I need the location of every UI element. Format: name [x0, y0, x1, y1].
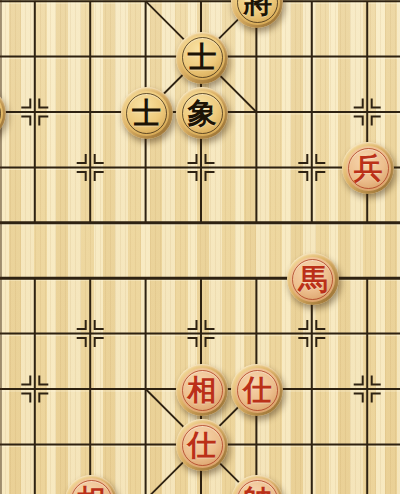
piece-character: 帥 [235, 478, 280, 494]
position-marker [77, 320, 86, 329]
position-marker [188, 338, 197, 347]
position-marker [188, 172, 197, 181]
piece-face: 仕 [180, 423, 225, 468]
piece-face: 馬 [290, 257, 335, 302]
piece-face: 象 [0, 91, 3, 136]
piece-face: 象 [180, 91, 225, 136]
piece-black-elephant[interactable]: 象 [176, 87, 228, 139]
position-marker [354, 99, 363, 108]
position-marker [95, 320, 104, 329]
position-marker [188, 154, 197, 163]
position-marker [372, 376, 381, 385]
piece-character: 馬 [290, 257, 335, 302]
piece-character: 兵 [346, 146, 391, 191]
piece-character: 仕 [180, 423, 225, 468]
piece-black-advisor[interactable]: 士 [176, 32, 228, 84]
position-marker [39, 376, 48, 385]
piece-red-soldier[interactable]: 兵 [342, 142, 394, 194]
piece-character: 相 [180, 368, 225, 413]
piece-face: 兵 [346, 146, 391, 191]
piece-face: 相 [180, 368, 225, 413]
position-marker [298, 154, 307, 163]
position-marker [354, 117, 363, 126]
piece-red-advisor[interactable]: 仕 [176, 419, 228, 471]
piece-face: 相 [69, 478, 114, 494]
position-marker [206, 320, 215, 329]
position-marker [206, 172, 215, 181]
xiangqi-app: 將士士象象兵馬相仕仕相帥 [0, 0, 400, 494]
position-marker [316, 320, 325, 329]
piece-character: 相 [69, 478, 114, 494]
position-marker [95, 172, 104, 181]
piece-red-elephant[interactable]: 相 [176, 364, 228, 416]
piece-red-elephant[interactable]: 相 [65, 475, 117, 494]
piece-character: 士 [180, 35, 225, 80]
position-marker [316, 338, 325, 347]
position-marker [206, 154, 215, 163]
piece-character: 象 [180, 91, 225, 136]
position-marker [372, 99, 381, 108]
position-marker [298, 338, 307, 347]
position-marker [77, 172, 86, 181]
piece-character: 仕 [235, 368, 280, 413]
position-marker [372, 394, 381, 403]
piece-character: 士 [124, 91, 169, 136]
position-marker [354, 376, 363, 385]
position-marker [354, 394, 363, 403]
position-marker [372, 117, 381, 126]
position-marker [298, 172, 307, 181]
piece-red-general[interactable]: 帥 [231, 475, 283, 494]
position-marker [39, 117, 48, 126]
position-marker [206, 338, 215, 347]
position-marker [95, 338, 104, 347]
piece-face: 士 [180, 35, 225, 80]
position-marker [21, 117, 30, 126]
piece-face: 士 [124, 91, 169, 136]
piece-character: 將 [235, 0, 280, 25]
piece-black-advisor[interactable]: 士 [121, 87, 173, 139]
position-marker [39, 394, 48, 403]
position-marker [316, 172, 325, 181]
position-marker [188, 320, 197, 329]
xiangqi-board[interactable]: 將士士象象兵馬相仕仕相帥 [0, 0, 400, 494]
position-marker [95, 154, 104, 163]
position-marker [298, 320, 307, 329]
position-marker [21, 394, 30, 403]
position-marker [21, 99, 30, 108]
position-marker [316, 154, 325, 163]
piece-character: 象 [0, 91, 3, 136]
position-marker [21, 376, 30, 385]
piece-red-advisor[interactable]: 仕 [231, 364, 283, 416]
piece-face: 將 [235, 0, 280, 25]
position-marker [77, 338, 86, 347]
position-marker [39, 99, 48, 108]
piece-red-horse[interactable]: 馬 [287, 253, 339, 305]
piece-face: 帥 [235, 478, 280, 494]
position-marker [77, 154, 86, 163]
piece-black-general[interactable]: 將 [231, 0, 283, 28]
piece-face: 仕 [235, 368, 280, 413]
